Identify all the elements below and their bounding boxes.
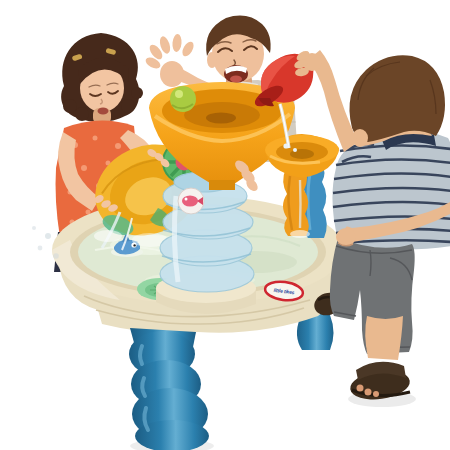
product-photo: little tikes bbox=[0, 0, 450, 450]
center-boy-tongue bbox=[230, 76, 242, 83]
center-boy-open-hand bbox=[160, 61, 184, 87]
right-boy-left-hand bbox=[336, 228, 356, 246]
girl-mouth bbox=[98, 108, 109, 115]
side-funnel bbox=[265, 134, 339, 178]
right-boy-front-leg bbox=[365, 316, 403, 360]
tube-fish-ball bbox=[178, 188, 204, 214]
table-leg-front bbox=[129, 328, 214, 450]
scene-illustration: little tikes bbox=[0, 0, 450, 450]
green-ball bbox=[170, 86, 196, 112]
right-boy-hair bbox=[349, 55, 445, 142]
